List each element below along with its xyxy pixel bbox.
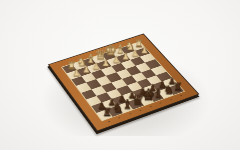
black-rook-glyph: ♜	[95, 108, 117, 119]
white-pawn-glyph: ♟	[65, 69, 86, 78]
frame-dot	[119, 117, 122, 119]
frame-dot	[180, 95, 183, 97]
frame-dot	[160, 102, 163, 104]
frame-dot	[139, 109, 142, 111]
chess-set-photo: ♜♞♝♛♚♝♞♜♟♟♟♟♟♟♟♟♟♟♟♟♟♟♟♟♜♞♝♛♚♝♞♜	[0, 0, 240, 150]
frame-dot	[129, 113, 132, 115]
frame-dot	[170, 98, 173, 100]
frame-dot	[150, 106, 153, 108]
frame-dot	[108, 121, 111, 123]
